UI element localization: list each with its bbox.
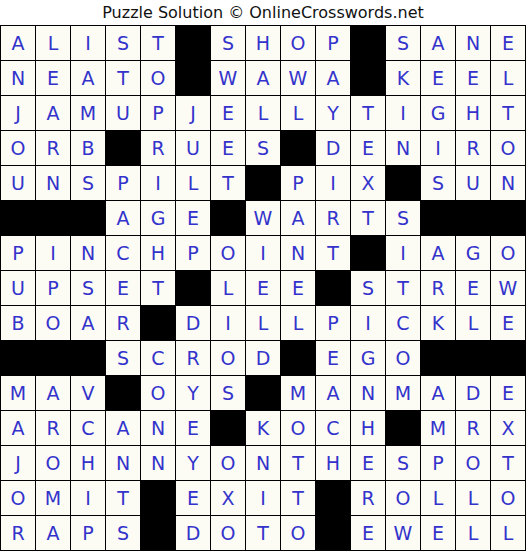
- block-cell: [246, 166, 280, 200]
- grid-cell: N: [386, 131, 420, 165]
- grid-cell: G: [456, 236, 490, 270]
- grid-cell: W: [491, 271, 525, 305]
- grid-cell: L: [491, 61, 525, 95]
- grid-cell: T: [351, 201, 385, 235]
- grid-cell: I: [421, 131, 455, 165]
- grid-cell: R: [176, 341, 210, 375]
- grid-cell: P: [316, 306, 350, 340]
- block-cell: [1, 201, 35, 235]
- block-cell: [106, 131, 140, 165]
- grid-cell: E: [176, 201, 210, 235]
- grid-cell: L: [211, 271, 245, 305]
- grid-cell: R: [421, 271, 455, 305]
- grid-cell: E: [211, 131, 245, 165]
- grid-cell: A: [36, 376, 70, 410]
- grid-cell: T: [491, 96, 525, 130]
- block-cell: [281, 131, 315, 165]
- grid-cell: O: [1, 481, 35, 515]
- grid-cell: P: [176, 236, 210, 270]
- block-cell: [491, 341, 525, 375]
- grid-cell: K: [246, 411, 280, 445]
- grid-cell: H: [246, 26, 280, 60]
- grid-cell: L: [176, 166, 210, 200]
- grid-cell: P: [106, 166, 140, 200]
- grid-cell: T: [351, 96, 385, 130]
- grid-cell: J: [1, 446, 35, 480]
- grid-cell: T: [386, 271, 420, 305]
- grid-cell: Y: [176, 446, 210, 480]
- grid-cell: P: [421, 446, 455, 480]
- grid-cell: A: [1, 411, 35, 445]
- block-cell: [141, 516, 175, 550]
- block-cell: [1, 341, 35, 375]
- grid-cell: D: [176, 306, 210, 340]
- grid-cell: L: [36, 26, 70, 60]
- grid-cell: R: [36, 411, 70, 445]
- grid-cell: A: [1, 26, 35, 60]
- grid-cell: E: [36, 61, 70, 95]
- grid-cell: S: [71, 271, 105, 305]
- grid-cell: E: [421, 516, 455, 550]
- grid-cell: L: [246, 96, 280, 130]
- grid-cell: S: [211, 376, 245, 410]
- grid-cell: E: [246, 271, 280, 305]
- grid-cell: G: [141, 201, 175, 235]
- grid-cell: C: [71, 411, 105, 445]
- grid-cell: E: [281, 271, 315, 305]
- grid-cell: R: [456, 411, 490, 445]
- grid-cell: S: [246, 131, 280, 165]
- grid-cell: C: [386, 306, 420, 340]
- grid-cell: T: [211, 166, 245, 200]
- grid-cell: I: [386, 96, 420, 130]
- grid-cell: M: [1, 376, 35, 410]
- block-cell: [141, 306, 175, 340]
- grid-cell: U: [1, 166, 35, 200]
- grid-cell: A: [36, 96, 70, 130]
- grid-cell: O: [281, 516, 315, 550]
- grid-cell: Y: [316, 96, 350, 130]
- grid-cell: M: [71, 96, 105, 130]
- grid-cell: J: [1, 96, 35, 130]
- grid-cell: S: [71, 166, 105, 200]
- block-cell: [141, 481, 175, 515]
- grid-cell: Y: [176, 376, 210, 410]
- grid-cell: O: [211, 236, 245, 270]
- grid-cell: E: [351, 131, 385, 165]
- grid-cell: V: [71, 376, 105, 410]
- grid-cell: A: [421, 26, 455, 60]
- grid-cell: B: [1, 306, 35, 340]
- grid-cell: N: [1, 61, 35, 95]
- grid-cell: G: [351, 341, 385, 375]
- grid-cell: N: [141, 446, 175, 480]
- grid-cell: S: [106, 516, 140, 550]
- grid-cell: R: [316, 201, 350, 235]
- block-cell: [491, 201, 525, 235]
- grid-cell: T: [106, 61, 140, 95]
- grid-cell: O: [36, 446, 70, 480]
- grid-cell: O: [491, 481, 525, 515]
- grid-cell: K: [421, 306, 455, 340]
- grid-cell: L: [281, 96, 315, 130]
- grid-cell: E: [351, 446, 385, 480]
- grid-cell: O: [281, 26, 315, 60]
- grid-cell: W: [386, 516, 420, 550]
- grid-cell: O: [456, 446, 490, 480]
- grid-cell: R: [456, 131, 490, 165]
- grid-cell: T: [141, 271, 175, 305]
- grid-cell: I: [386, 236, 420, 270]
- grid-cell: S: [106, 341, 140, 375]
- grid-cell: A: [316, 61, 350, 95]
- grid-cell: X: [351, 166, 385, 200]
- grid-cell: E: [351, 516, 385, 550]
- grid-cell: C: [106, 236, 140, 270]
- grid-cell: U: [456, 166, 490, 200]
- grid-cell: U: [106, 96, 140, 130]
- grid-cell: P: [1, 236, 35, 270]
- block-cell: [36, 201, 70, 235]
- block-cell: [421, 341, 455, 375]
- block-cell: [386, 166, 420, 200]
- grid-cell: D: [456, 376, 490, 410]
- grid-cell: L: [421, 481, 455, 515]
- grid-cell: P: [141, 96, 175, 130]
- grid-cell: A: [71, 306, 105, 340]
- grid-cell: O: [1, 131, 35, 165]
- grid-cell: N: [281, 236, 315, 270]
- grid-cell: I: [211, 306, 245, 340]
- grid-cell: N: [141, 411, 175, 445]
- block-cell: [351, 26, 385, 60]
- grid-cell: O: [386, 481, 420, 515]
- grid-cell: O: [141, 61, 175, 95]
- grid-cell: P: [316, 26, 350, 60]
- grid-cell: E: [211, 96, 245, 130]
- grid-cell: E: [491, 376, 525, 410]
- grid-cell: R: [351, 481, 385, 515]
- block-cell: [176, 271, 210, 305]
- grid-cell: T: [316, 236, 350, 270]
- grid-cell: I: [246, 236, 280, 270]
- page-title: Puzzle Solution © OnlineCrosswords.net: [102, 3, 424, 22]
- grid-cell: D: [176, 516, 210, 550]
- grid-cell: M: [421, 411, 455, 445]
- grid-cell: C: [141, 341, 175, 375]
- block-cell: [71, 341, 105, 375]
- grid-cell: S: [421, 166, 455, 200]
- block-cell: [316, 481, 350, 515]
- grid-cell: I: [141, 166, 175, 200]
- block-cell: [351, 61, 385, 95]
- grid-cell: H: [141, 236, 175, 270]
- grid-cell: S: [386, 26, 420, 60]
- grid-cell: W: [281, 61, 315, 95]
- grid-cell: O: [211, 446, 245, 480]
- grid-cell: R: [106, 306, 140, 340]
- block-cell: [71, 201, 105, 235]
- grid-cell: U: [176, 131, 210, 165]
- grid-cell: I: [351, 306, 385, 340]
- grid-cell: E: [491, 306, 525, 340]
- grid-cell: X: [211, 481, 245, 515]
- grid-cell: I: [71, 26, 105, 60]
- grid-cell: T: [281, 446, 315, 480]
- grid-cell: S: [211, 26, 245, 60]
- grid-cell: O: [36, 306, 70, 340]
- grid-cell: N: [71, 236, 105, 270]
- grid-cell: K: [386, 61, 420, 95]
- grid-cell: L: [491, 516, 525, 550]
- block-cell: [211, 201, 245, 235]
- grid-cell: G: [421, 96, 455, 130]
- block-cell: [316, 516, 350, 550]
- grid-cell: N: [36, 166, 70, 200]
- grid-cell: L: [281, 306, 315, 340]
- grid-cell: R: [1, 516, 35, 550]
- grid-cell: N: [106, 446, 140, 480]
- grid-cell: N: [246, 446, 280, 480]
- grid-cell: O: [211, 516, 245, 550]
- grid-cell: P: [71, 516, 105, 550]
- grid-cell: A: [246, 61, 280, 95]
- block-cell: [36, 341, 70, 375]
- grid-cell: D: [246, 341, 280, 375]
- grid-cell: A: [421, 376, 455, 410]
- grid-cell: A: [316, 376, 350, 410]
- block-cell: [456, 201, 490, 235]
- block-cell: [456, 341, 490, 375]
- grid-cell: E: [176, 481, 210, 515]
- grid-cell: X: [491, 411, 525, 445]
- grid-cell: P: [281, 166, 315, 200]
- grid-cell: A: [281, 201, 315, 235]
- block-cell: [246, 376, 280, 410]
- block-cell: [281, 341, 315, 375]
- grid-cell: J: [176, 96, 210, 130]
- grid-cell: A: [36, 516, 70, 550]
- grid-cell: N: [456, 26, 490, 60]
- grid-cell: T: [141, 26, 175, 60]
- grid-cell: M: [386, 376, 420, 410]
- grid-cell: E: [106, 271, 140, 305]
- grid-cell: O: [281, 411, 315, 445]
- grid-cell: L: [456, 481, 490, 515]
- block-cell: [351, 236, 385, 270]
- grid-cell: C: [316, 411, 350, 445]
- grid-cell: S: [386, 201, 420, 235]
- grid-cell: T: [281, 481, 315, 515]
- block-cell: [211, 411, 245, 445]
- grid-cell: A: [421, 236, 455, 270]
- grid-cell: I: [36, 236, 70, 270]
- grid-cell: R: [141, 131, 175, 165]
- grid-cell: L: [246, 306, 280, 340]
- grid-cell: H: [351, 411, 385, 445]
- grid-cell: M: [281, 376, 315, 410]
- grid-cell: L: [456, 306, 490, 340]
- grid-cell: U: [1, 271, 35, 305]
- grid-cell: E: [456, 61, 490, 95]
- grid-cell: A: [71, 61, 105, 95]
- grid-cell: H: [71, 446, 105, 480]
- grid-cell: L: [456, 516, 490, 550]
- grid-cell: S: [106, 26, 140, 60]
- grid-cell: H: [316, 446, 350, 480]
- grid-cell: R: [36, 131, 70, 165]
- grid-cell: H: [456, 96, 490, 130]
- grid-cell: T: [246, 516, 280, 550]
- grid-cell: T: [106, 481, 140, 515]
- grid-cell: E: [421, 61, 455, 95]
- grid-cell: E: [316, 341, 350, 375]
- title-bar: Puzzle Solution © OnlineCrosswords.net: [0, 0, 526, 25]
- grid-cell: P: [36, 271, 70, 305]
- block-cell: [176, 26, 210, 60]
- grid-cell: N: [491, 166, 525, 200]
- grid-cell: O: [211, 341, 245, 375]
- grid-cell: M: [36, 481, 70, 515]
- grid-cell: I: [316, 166, 350, 200]
- grid-cell: A: [106, 411, 140, 445]
- grid-cell: W: [211, 61, 245, 95]
- grid-cell: T: [491, 446, 525, 480]
- grid-cell: S: [386, 446, 420, 480]
- grid-cell: O: [491, 236, 525, 270]
- grid-cell: E: [456, 271, 490, 305]
- grid-cell: A: [106, 201, 140, 235]
- grid-cell: D: [316, 131, 350, 165]
- grid-cell: O: [386, 341, 420, 375]
- block-cell: [316, 271, 350, 305]
- block-cell: [106, 376, 140, 410]
- grid-cell: N: [351, 376, 385, 410]
- crossword-grid: ALISTSHOPSANENEATOWAWAKEELJAMUPJELLYTIGH…: [0, 25, 526, 551]
- block-cell: [421, 201, 455, 235]
- grid-cell: I: [71, 481, 105, 515]
- grid-cell: B: [71, 131, 105, 165]
- grid-cell: O: [141, 376, 175, 410]
- grid-cell: S: [351, 271, 385, 305]
- block-cell: [176, 61, 210, 95]
- block-cell: [386, 411, 420, 445]
- grid-cell: O: [491, 131, 525, 165]
- grid-cell: I: [246, 481, 280, 515]
- grid-cell: E: [176, 411, 210, 445]
- grid-cell: W: [246, 201, 280, 235]
- grid-cell: E: [491, 26, 525, 60]
